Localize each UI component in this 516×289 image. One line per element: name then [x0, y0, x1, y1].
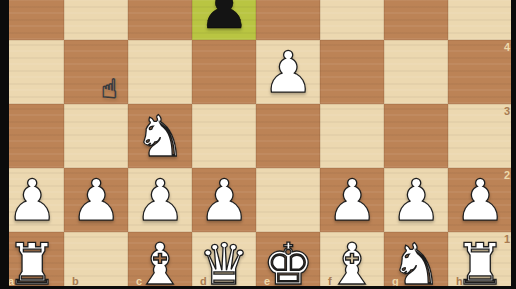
square-h3[interactable] — [448, 104, 512, 168]
square-d2[interactable]: ♟ — [192, 168, 256, 232]
white-bishop-c1[interactable]: ♝ — [134, 232, 185, 289]
white-rook-h1[interactable]: ♜ — [454, 232, 505, 289]
square-e1[interactable]: ♚ — [256, 232, 320, 289]
square-b5[interactable] — [64, 0, 128, 40]
square-f3[interactable] — [320, 104, 384, 168]
white-queen-d1[interactable]: ♛ — [198, 232, 249, 289]
square-e5[interactable] — [256, 0, 320, 40]
letterbox-bar-left — [0, 0, 9, 289]
square-c3[interactable]: ♞ — [128, 104, 192, 168]
square-c1[interactable]: ♝ — [128, 232, 192, 289]
white-pawn-g2[interactable]: ♟ — [390, 168, 441, 232]
square-d3[interactable] — [192, 104, 256, 168]
square-e3[interactable] — [256, 104, 320, 168]
white-rook-a1[interactable]: ♜ — [6, 232, 57, 289]
square-e2[interactable] — [256, 168, 320, 232]
square-g2[interactable]: ♟ — [384, 168, 448, 232]
square-h1[interactable]: ♜ — [448, 232, 512, 289]
square-f1[interactable]: ♝ — [320, 232, 384, 289]
black-pawn-d5[interactable]: ♟ — [198, 0, 249, 40]
square-d1[interactable]: ♛ — [192, 232, 256, 289]
square-f2[interactable]: ♟ — [320, 168, 384, 232]
white-knight-c3[interactable]: ♞ — [134, 104, 185, 168]
white-pawn-b2[interactable]: ♟ — [70, 168, 121, 232]
square-a5[interactable] — [0, 0, 64, 40]
square-b3[interactable] — [64, 104, 128, 168]
square-h2[interactable]: ♟ — [448, 168, 512, 232]
white-pawn-d2[interactable]: ♟ — [198, 168, 249, 232]
square-f4[interactable] — [320, 40, 384, 104]
square-a1[interactable]: ♜ — [0, 232, 64, 289]
chess-board[interactable]: ♟♟♞♟♟♟♟♟♟♟♜♝♛♚♝♞♜ — [0, 0, 512, 289]
square-d5[interactable]: ♟ — [192, 0, 256, 40]
square-c4[interactable] — [128, 40, 192, 104]
square-a4[interactable] — [0, 40, 64, 104]
square-b4[interactable] — [64, 40, 128, 104]
white-pawn-h2[interactable]: ♟ — [454, 168, 505, 232]
square-g4[interactable] — [384, 40, 448, 104]
square-e4[interactable]: ♟ — [256, 40, 320, 104]
square-d4[interactable] — [192, 40, 256, 104]
white-bishop-f1[interactable]: ♝ — [326, 232, 377, 289]
video-frame: ♟♟♞♟♟♟♟♟♟♟♜♝♛♚♝♞♜ abcdefgh4321 ☝ — [0, 0, 516, 289]
square-c5[interactable] — [128, 0, 192, 40]
letterbox-bar-right — [511, 0, 516, 289]
square-a2[interactable]: ♟ — [0, 168, 64, 232]
white-pawn-a2[interactable]: ♟ — [6, 168, 57, 232]
square-g1[interactable]: ♞ — [384, 232, 448, 289]
square-g3[interactable] — [384, 104, 448, 168]
square-c2[interactable]: ♟ — [128, 168, 192, 232]
square-b1[interactable] — [64, 232, 128, 289]
square-f5[interactable] — [320, 0, 384, 40]
square-g5[interactable] — [384, 0, 448, 40]
square-h5[interactable] — [448, 0, 512, 40]
white-pawn-f2[interactable]: ♟ — [326, 168, 377, 232]
square-h4[interactable] — [448, 40, 512, 104]
white-king-e1[interactable]: ♚ — [262, 232, 313, 289]
square-b2[interactable]: ♟ — [64, 168, 128, 232]
white-pawn-c2[interactable]: ♟ — [134, 168, 185, 232]
white-knight-g1[interactable]: ♞ — [390, 232, 441, 289]
square-a3[interactable] — [0, 104, 64, 168]
white-pawn-e4[interactable]: ♟ — [262, 40, 313, 104]
